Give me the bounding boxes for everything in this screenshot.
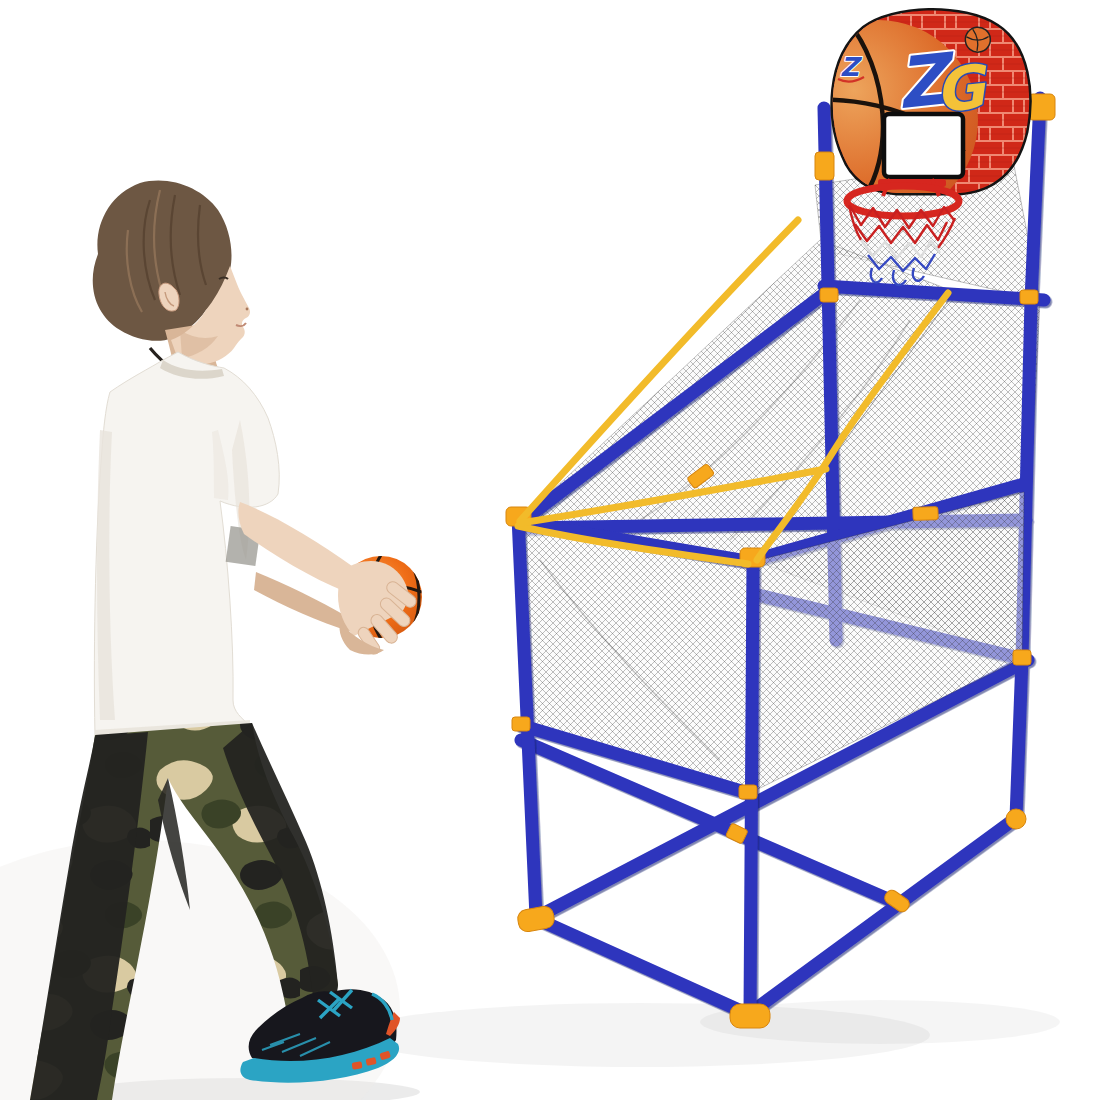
rear-diagonal-leg	[750, 818, 1016, 1013]
boy-nostril	[246, 308, 249, 311]
connector-backboard-right	[1028, 94, 1055, 120]
hoop-stand: Z G Z	[506, 2, 1055, 1028]
foot-front-right	[730, 1004, 770, 1028]
connector-right-mid	[1013, 650, 1031, 665]
connector-front-left-mid	[512, 717, 530, 731]
product-photo: Z G Z	[0, 0, 1100, 1100]
connector-backboard-left	[815, 152, 834, 180]
connector-front-right-mid	[739, 785, 757, 799]
connector-crossbar-left	[820, 288, 838, 302]
front-bottom-bar	[537, 919, 750, 1015]
scene-canvas: Z G Z	[0, 0, 1100, 1100]
connector-rear-elbow	[1006, 809, 1026, 829]
backboard-target-panel	[884, 114, 963, 177]
sleeve-mid-rail	[913, 507, 938, 521]
connector-crossbar-right	[1020, 290, 1038, 304]
